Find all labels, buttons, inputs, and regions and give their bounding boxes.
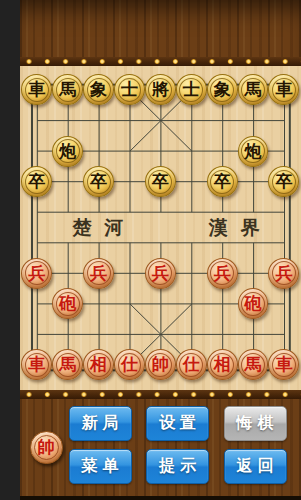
board-point[interactable] xyxy=(238,319,269,350)
board-point[interactable] xyxy=(207,197,238,228)
board-point[interactable]: 卒 xyxy=(83,166,114,197)
piece-glyph: 兵 xyxy=(214,265,231,282)
piece-glyph: 士 xyxy=(183,81,200,98)
piece-red-soldier[interactable]: 兵 xyxy=(268,258,299,289)
hint-button[interactable]: 提示 xyxy=(146,449,209,484)
piece-glyph: 兵 xyxy=(275,265,292,282)
board-point[interactable]: 炮 xyxy=(238,136,269,167)
piece-black-cannon[interactable]: 炮 xyxy=(52,136,83,167)
board-point[interactable]: 砲 xyxy=(238,289,269,320)
piece-glyph: 卒 xyxy=(152,173,169,190)
board-point[interactable]: 士 xyxy=(176,75,207,106)
board-point[interactable] xyxy=(114,319,145,350)
board-point[interactable]: 仕 xyxy=(114,350,145,381)
board-point[interactable]: 馬 xyxy=(52,75,83,106)
board-point[interactable]: 仕 xyxy=(176,350,207,381)
board-point[interactable]: 卒 xyxy=(145,166,176,197)
piece-black-rook[interactable]: 車 xyxy=(268,74,299,105)
piece-red-soldier[interactable]: 兵 xyxy=(83,258,114,289)
board-point[interactable] xyxy=(114,136,145,167)
pieces-layer: 車馬象士將士象馬車炮炮卒卒卒卒卒兵兵兵兵兵砲砲車馬相仕帥仕相馬車 xyxy=(21,75,299,381)
undo-button[interactable]: 悔棋 xyxy=(224,406,287,441)
board-point[interactable] xyxy=(21,227,52,258)
piece-black-soldier[interactable]: 卒 xyxy=(268,166,299,197)
piece-glyph: 卒 xyxy=(90,173,107,190)
piece-black-horse[interactable]: 馬 xyxy=(238,74,269,105)
piece-red-elephant[interactable]: 相 xyxy=(83,349,114,380)
piece-glyph: 卒 xyxy=(28,173,45,190)
board-point[interactable] xyxy=(21,197,52,228)
board-point[interactable] xyxy=(145,289,176,320)
piece-glyph: 砲 xyxy=(59,295,76,312)
piece-glyph: 馬 xyxy=(59,81,76,98)
piece-glyph: 馬 xyxy=(245,356,262,373)
piece-black-soldier[interactable]: 卒 xyxy=(21,166,52,197)
piece-glyph: 炮 xyxy=(245,143,262,160)
board-point[interactable] xyxy=(207,289,238,320)
menu-button[interactable]: 菜单 xyxy=(69,449,132,484)
board-point[interactable] xyxy=(145,136,176,167)
piece-red-advisor[interactable]: 仕 xyxy=(114,349,145,380)
bottom-stud-strip xyxy=(20,390,301,399)
board-point[interactable] xyxy=(52,197,83,228)
piece-black-soldier[interactable]: 卒 xyxy=(207,166,238,197)
board-point[interactable]: 炮 xyxy=(52,136,83,167)
piece-black-general[interactable]: 將 xyxy=(145,74,176,105)
board-point[interactable] xyxy=(52,105,83,136)
board-point[interactable] xyxy=(83,227,114,258)
piece-glyph: 車 xyxy=(28,81,45,98)
board-point[interactable]: 兵 xyxy=(145,258,176,289)
board-point[interactable] xyxy=(145,319,176,350)
board-point[interactable] xyxy=(114,105,145,136)
board-point[interactable]: 兵 xyxy=(207,258,238,289)
piece-black-soldier[interactable]: 卒 xyxy=(83,166,114,197)
board-point[interactable] xyxy=(21,105,52,136)
piece-glyph: 車 xyxy=(28,356,45,373)
piece-glyph: 象 xyxy=(214,81,231,98)
piece-glyph: 兵 xyxy=(152,265,169,282)
piece-black-advisor[interactable]: 士 xyxy=(114,74,145,105)
board-point[interactable]: 兵 xyxy=(268,258,299,289)
board-point[interactable]: 帥 xyxy=(145,350,176,381)
board-point[interactable] xyxy=(176,319,207,350)
piece-glyph: 車 xyxy=(275,356,292,373)
board-point[interactable] xyxy=(114,166,145,197)
piece-red-soldier[interactable]: 兵 xyxy=(207,258,238,289)
board-point[interactable] xyxy=(238,227,269,258)
board-point[interactable] xyxy=(176,136,207,167)
piece-red-rook[interactable]: 車 xyxy=(21,349,52,380)
control-panel: 帥 新局 设置 悔棋 菜单 提示 返回 xyxy=(20,399,301,500)
turn-indicator-glyph: 帥 xyxy=(38,439,55,456)
piece-glyph: 相 xyxy=(90,356,107,373)
piece-glyph: 卒 xyxy=(275,173,292,190)
piece-glyph: 帥 xyxy=(152,356,169,373)
board-point[interactable] xyxy=(238,258,269,289)
piece-red-horse[interactable]: 馬 xyxy=(52,349,83,380)
piece-glyph: 將 xyxy=(152,81,169,98)
piece-red-rook[interactable]: 車 xyxy=(268,349,299,380)
piece-black-horse[interactable]: 馬 xyxy=(52,74,83,105)
piece-red-elephant[interactable]: 相 xyxy=(207,349,238,380)
piece-black-elephant[interactable]: 象 xyxy=(207,74,238,105)
board-point[interactable]: 象 xyxy=(83,75,114,106)
board-point[interactable] xyxy=(114,197,145,228)
board-point[interactable] xyxy=(238,105,269,136)
piece-black-advisor[interactable]: 士 xyxy=(176,74,207,105)
board-point[interactable] xyxy=(268,105,299,136)
board-point[interactable]: 車 xyxy=(21,350,52,381)
board-point[interactable] xyxy=(176,258,207,289)
board-point[interactable] xyxy=(207,105,238,136)
settings-button[interactable]: 设置 xyxy=(146,406,209,441)
board-point[interactable] xyxy=(83,105,114,136)
board-point[interactable] xyxy=(83,197,114,228)
piece-red-advisor[interactable]: 仕 xyxy=(176,349,207,380)
piece-glyph: 車 xyxy=(275,81,292,98)
board-point[interactable] xyxy=(176,166,207,197)
board-point[interactable]: 將 xyxy=(145,75,176,106)
board-point[interactable] xyxy=(52,319,83,350)
button-grid: 新局 设置 悔棋 菜单 提示 返回 xyxy=(69,406,287,484)
piece-red-cannon[interactable]: 砲 xyxy=(52,288,83,319)
board-point[interactable] xyxy=(114,289,145,320)
piece-glyph: 兵 xyxy=(28,265,45,282)
board-point[interactable] xyxy=(83,136,114,167)
board-point[interactable] xyxy=(268,319,299,350)
turn-indicator-red-general: 帥 xyxy=(30,431,63,464)
piece-black-cannon[interactable]: 炮 xyxy=(238,136,269,167)
board-point[interactable] xyxy=(21,136,52,167)
piece-glyph: 士 xyxy=(121,81,138,98)
board-point[interactable]: 卒 xyxy=(21,166,52,197)
board-point[interactable]: 車 xyxy=(268,350,299,381)
piece-glyph: 仕 xyxy=(121,356,138,373)
board-point[interactable]: 兵 xyxy=(21,258,52,289)
board-point[interactable] xyxy=(114,258,145,289)
board-point[interactable] xyxy=(21,289,52,320)
board-point[interactable]: 馬 xyxy=(52,350,83,381)
board-point[interactable] xyxy=(176,105,207,136)
top-stud-strip xyxy=(20,57,301,66)
board-point[interactable] xyxy=(268,289,299,320)
board-point[interactable] xyxy=(176,197,207,228)
board-point[interactable] xyxy=(52,258,83,289)
piece-glyph: 象 xyxy=(90,81,107,98)
piece-red-soldier[interactable]: 兵 xyxy=(145,258,176,289)
board-point[interactable] xyxy=(207,136,238,167)
piece-glyph: 馬 xyxy=(59,356,76,373)
board-point[interactable]: 卒 xyxy=(268,166,299,197)
piece-glyph: 仕 xyxy=(183,356,200,373)
board-point[interactable]: 象 xyxy=(207,75,238,106)
board-point[interactable] xyxy=(268,136,299,167)
board-point[interactable] xyxy=(52,227,83,258)
board-point[interactable] xyxy=(207,319,238,350)
piece-glyph: 相 xyxy=(214,356,231,373)
piece-black-elephant[interactable]: 象 xyxy=(83,74,114,105)
board-point[interactable] xyxy=(207,227,238,258)
board-point[interactable] xyxy=(238,197,269,228)
board-point[interactable] xyxy=(176,289,207,320)
board-point[interactable]: 車 xyxy=(268,75,299,106)
board-point[interactable] xyxy=(145,197,176,228)
board-point[interactable]: 士 xyxy=(114,75,145,106)
piece-glyph: 兵 xyxy=(90,265,107,282)
piece-red-general[interactable]: 帥 xyxy=(145,349,176,380)
board-point[interactable]: 馬 xyxy=(238,75,269,106)
piece-black-soldier[interactable]: 卒 xyxy=(145,166,176,197)
board-point[interactable]: 卒 xyxy=(207,166,238,197)
board-point[interactable] xyxy=(114,227,145,258)
piece-red-horse[interactable]: 馬 xyxy=(238,349,269,380)
back-button[interactable]: 返回 xyxy=(224,449,287,484)
piece-glyph: 卒 xyxy=(214,173,231,190)
board-point[interactable]: 兵 xyxy=(83,258,114,289)
board-point[interactable]: 砲 xyxy=(52,289,83,320)
piece-glyph: 砲 xyxy=(245,295,262,312)
piece-red-cannon[interactable]: 砲 xyxy=(238,288,269,319)
board-point[interactable] xyxy=(268,197,299,228)
top-header xyxy=(20,0,301,57)
board-point[interactable] xyxy=(83,289,114,320)
piece-red-soldier[interactable]: 兵 xyxy=(21,258,52,289)
board-point[interactable] xyxy=(176,227,207,258)
piece-glyph: 炮 xyxy=(59,143,76,160)
board-point[interactable] xyxy=(83,319,114,350)
board-point[interactable]: 相 xyxy=(207,350,238,381)
board-point[interactable] xyxy=(21,319,52,350)
board-point[interactable] xyxy=(145,105,176,136)
app-window: 楚河 漢界 車馬象士將士象馬車炮炮卒卒卒卒卒兵兵兵兵兵砲砲車馬相仕帥仕相馬車 帥… xyxy=(20,0,301,500)
xiangqi-board: 楚河 漢界 車馬象士將士象馬車炮炮卒卒卒卒卒兵兵兵兵兵砲砲車馬相仕帥仕相馬車 xyxy=(20,66,301,390)
new-game-button[interactable]: 新局 xyxy=(69,406,132,441)
board-point[interactable] xyxy=(52,166,83,197)
board-point[interactable]: 馬 xyxy=(238,350,269,381)
board-point[interactable]: 車 xyxy=(21,75,52,106)
board-point[interactable] xyxy=(268,227,299,258)
piece-glyph: 馬 xyxy=(245,81,262,98)
board-point[interactable]: 相 xyxy=(83,350,114,381)
board-point[interactable] xyxy=(145,227,176,258)
piece-black-rook[interactable]: 車 xyxy=(21,74,52,105)
board-point[interactable] xyxy=(238,166,269,197)
bottom-edge-strip xyxy=(20,496,301,500)
